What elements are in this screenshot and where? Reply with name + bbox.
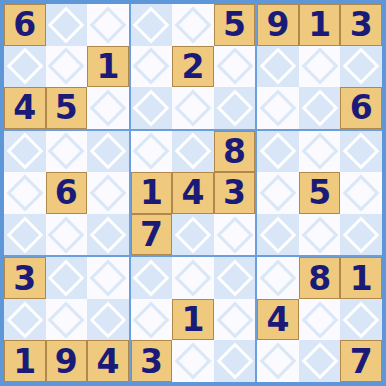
diamond-ornament: [175, 216, 212, 253]
cell-r9c5[interactable]: [172, 340, 214, 382]
given-digit: 1: [308, 8, 331, 41]
cell-r5c4: 1: [131, 172, 173, 214]
diamond-ornament: [6, 175, 43, 212]
diamond-ornament: [6, 133, 43, 170]
diamond-ornament: [89, 260, 126, 297]
cell-r7c1: 3: [4, 257, 46, 299]
sudoku-box-9: 8147: [257, 257, 382, 382]
diamond-ornament: [260, 175, 297, 212]
sudoku-box-5: 81437: [131, 131, 256, 256]
cell-r1c4[interactable]: [131, 4, 173, 46]
cell-r4c8[interactable]: [299, 131, 341, 173]
cell-r4c4[interactable]: [131, 131, 173, 173]
cell-r3c8[interactable]: [299, 87, 341, 129]
diamond-ornament: [89, 6, 126, 43]
given-digit: 1: [182, 303, 205, 336]
given-digit: 4: [182, 176, 205, 209]
cell-r7c5[interactable]: [172, 257, 214, 299]
cell-r3c5[interactable]: [172, 87, 214, 129]
given-digit: 4: [96, 345, 119, 378]
cell-r7c9: 1: [340, 257, 382, 299]
given-digit: 3: [13, 262, 36, 295]
given-digit: 6: [55, 176, 78, 209]
cell-r4c6: 8: [214, 131, 256, 173]
cell-r9c3: 4: [87, 340, 129, 382]
cell-r5c8: 5: [299, 172, 341, 214]
given-digit: 4: [267, 303, 290, 336]
sudoku-box-6: 5: [257, 131, 382, 256]
diamond-ornament: [133, 301, 170, 338]
cell-r5c3[interactable]: [87, 172, 129, 214]
cell-r7c2[interactable]: [46, 257, 88, 299]
cell-r9c2: 9: [46, 340, 88, 382]
given-digit: 8: [223, 135, 246, 168]
sudoku-box-4: 6: [4, 131, 129, 256]
cell-r3c7[interactable]: [257, 87, 299, 129]
diamond-ornament: [301, 48, 338, 85]
diamond-ornament: [89, 216, 126, 253]
cell-r1c8: 1: [299, 4, 341, 46]
diamond-ornament: [343, 216, 380, 253]
diamond-ornament: [343, 301, 380, 338]
cell-r4c5[interactable]: [172, 131, 214, 173]
sudoku-box-1: 6145: [4, 4, 129, 129]
diamond-ornament: [216, 343, 253, 380]
cell-r1c3[interactable]: [87, 4, 129, 46]
diamond-ornament: [6, 48, 43, 85]
diamond-ornament: [133, 260, 170, 297]
cell-r5c6: 3: [214, 172, 256, 214]
cell-r2c2[interactable]: [46, 46, 88, 88]
cell-r4c7[interactable]: [257, 131, 299, 173]
given-digit: 8: [308, 262, 331, 295]
cell-r6c9[interactable]: [340, 214, 382, 256]
diamond-ornament: [133, 6, 170, 43]
cell-r5c5: 4: [172, 172, 214, 214]
cell-r2c4[interactable]: [131, 46, 173, 88]
cell-r2c7[interactable]: [257, 46, 299, 88]
diamond-ornament: [89, 89, 126, 126]
diamond-ornament: [216, 89, 253, 126]
diamond-ornament: [175, 6, 212, 43]
given-digit: 5: [223, 8, 246, 41]
cell-r9c1: 1: [4, 340, 46, 382]
cell-r6c6[interactable]: [214, 214, 256, 256]
cell-r3c9: 6: [340, 87, 382, 129]
given-digit: 1: [13, 345, 36, 378]
cell-r4c1[interactable]: [4, 131, 46, 173]
cell-r8c1[interactable]: [4, 299, 46, 341]
cell-r6c3[interactable]: [87, 214, 129, 256]
given-digit: 6: [350, 91, 373, 124]
diamond-ornament: [89, 133, 126, 170]
given-digit: 3: [140, 345, 163, 378]
diamond-ornament: [175, 89, 212, 126]
cell-r9c8[interactable]: [299, 340, 341, 382]
cell-r8c7: 4: [257, 299, 299, 341]
diamond-ornament: [260, 343, 297, 380]
diamond-ornament: [89, 301, 126, 338]
cell-r6c7[interactable]: [257, 214, 299, 256]
cell-r3c1: 4: [4, 87, 46, 129]
given-digit: 4: [13, 91, 36, 124]
given-digit: 1: [96, 50, 119, 83]
diamond-ornament: [301, 216, 338, 253]
cell-r9c4: 3: [131, 340, 173, 382]
given-digit: 3: [350, 8, 373, 41]
diamond-ornament: [6, 216, 43, 253]
cell-r6c4: 7: [131, 214, 173, 256]
diamond-ornament: [133, 89, 170, 126]
cell-r7c4[interactable]: [131, 257, 173, 299]
diamond-ornament: [6, 301, 43, 338]
diamond-ornament: [89, 175, 126, 212]
diamond-ornament: [216, 48, 253, 85]
given-digit: 6: [13, 8, 36, 41]
diamond-ornament: [301, 301, 338, 338]
cell-r6c1[interactable]: [4, 214, 46, 256]
cell-r5c2: 6: [46, 172, 88, 214]
given-digit: 1: [140, 176, 163, 209]
cell-r8c3[interactable]: [87, 299, 129, 341]
cell-r1c1: 6: [4, 4, 46, 46]
cell-r7c8: 8: [299, 257, 341, 299]
diamond-ornament: [260, 133, 297, 170]
cell-r8c5: 1: [172, 299, 214, 341]
diamond-ornament: [48, 260, 85, 297]
cell-r9c6[interactable]: [214, 340, 256, 382]
cell-r8c9[interactable]: [340, 299, 382, 341]
diamond-ornament: [48, 6, 85, 43]
sudoku-box-7: 3194: [4, 257, 129, 382]
cell-r1c2[interactable]: [46, 4, 88, 46]
sudoku-box-2: 52: [131, 4, 256, 129]
sudoku-box-8: 13: [131, 257, 256, 382]
cell-r9c9: 7: [340, 340, 382, 382]
cell-r4c2[interactable]: [46, 131, 88, 173]
cell-r8c4[interactable]: [131, 299, 173, 341]
diamond-ornament: [260, 48, 297, 85]
diamond-ornament: [133, 48, 170, 85]
cell-r1c7: 9: [257, 4, 299, 46]
cell-r5c1[interactable]: [4, 172, 46, 214]
diamond-ornament: [48, 133, 85, 170]
cell-r4c3[interactable]: [87, 131, 129, 173]
diamond-ornament: [216, 260, 253, 297]
diamond-ornament: [175, 343, 212, 380]
given-digit: 7: [350, 345, 373, 378]
diamond-ornament: [260, 260, 297, 297]
given-digit: 3: [223, 176, 246, 209]
cell-r2c3: 1: [87, 46, 129, 88]
cell-r8c2[interactable]: [46, 299, 88, 341]
diamond-ornament: [48, 301, 85, 338]
given-digit: 5: [55, 91, 78, 124]
cell-r1c9: 3: [340, 4, 382, 46]
cell-r1c5[interactable]: [172, 4, 214, 46]
given-digit: 9: [267, 8, 290, 41]
cell-r6c2[interactable]: [46, 214, 88, 256]
diamond-ornament: [216, 301, 253, 338]
cell-r6c8[interactable]: [299, 214, 341, 256]
diamond-ornament: [216, 216, 253, 253]
cell-r3c4[interactable]: [131, 87, 173, 129]
cell-r7c7[interactable]: [257, 257, 299, 299]
cell-r2c1[interactable]: [4, 46, 46, 88]
cell-r7c6[interactable]: [214, 257, 256, 299]
sudoku-box-3: 9136: [257, 4, 382, 129]
cell-r2c9[interactable]: [340, 46, 382, 88]
cell-r9c7[interactable]: [257, 340, 299, 382]
diamond-ornament: [48, 48, 85, 85]
diamond-ornament: [343, 48, 380, 85]
diamond-ornament: [301, 89, 338, 126]
diamond-ornament: [175, 260, 212, 297]
cell-r2c8[interactable]: [299, 46, 341, 88]
cell-r2c6[interactable]: [214, 46, 256, 88]
diamond-ornament: [260, 89, 297, 126]
cell-r8c8[interactable]: [299, 299, 341, 341]
sudoku-board: 614552913668143753194138147: [0, 0, 386, 386]
diamond-ornament: [260, 216, 297, 253]
cell-r5c7[interactable]: [257, 172, 299, 214]
given-digit: 1: [350, 262, 373, 295]
cell-r2c5: 2: [172, 46, 214, 88]
diamond-ornament: [343, 133, 380, 170]
cell-r8c6[interactable]: [214, 299, 256, 341]
diamond-ornament: [48, 216, 85, 253]
cell-r6c5[interactable]: [172, 214, 214, 256]
given-digit: 2: [182, 50, 205, 83]
diamond-ornament: [301, 343, 338, 380]
diamond-ornament: [175, 133, 212, 170]
given-digit: 9: [55, 345, 78, 378]
diamond-ornament: [133, 133, 170, 170]
cell-r3c3[interactable]: [87, 87, 129, 129]
given-digit: 7: [140, 218, 163, 251]
given-digit: 5: [308, 176, 331, 209]
diamond-ornament: [343, 175, 380, 212]
cell-r4c9[interactable]: [340, 131, 382, 173]
cell-r7c3[interactable]: [87, 257, 129, 299]
cell-r3c2: 5: [46, 87, 88, 129]
diamond-ornament: [301, 133, 338, 170]
cell-r1c6: 5: [214, 4, 256, 46]
cell-r5c9[interactable]: [340, 172, 382, 214]
cell-r3c6[interactable]: [214, 87, 256, 129]
